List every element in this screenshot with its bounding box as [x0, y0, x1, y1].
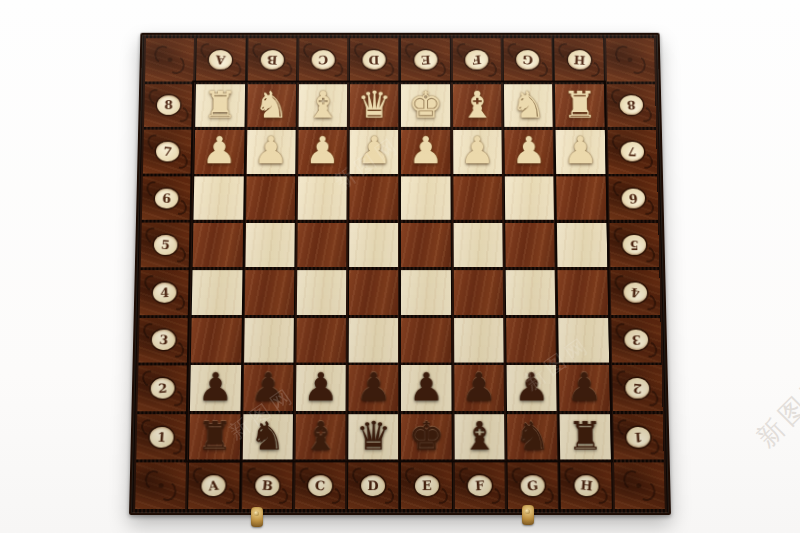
square-e6[interactable] [401, 176, 450, 220]
white-knight[interactable]: ♞ [247, 84, 296, 126]
frame-cell: 7 [143, 130, 193, 174]
frame-cell: 4 [610, 270, 660, 315]
square-a6[interactable] [194, 176, 244, 220]
frame-corner-top-right [606, 38, 655, 81]
square-g3[interactable] [506, 318, 556, 363]
square-b2[interactable]: ♟ [243, 366, 293, 411]
square-a7[interactable]: ♟ [195, 130, 244, 174]
frame-cell: 5 [141, 223, 191, 267]
square-c2[interactable]: ♟ [296, 366, 346, 411]
square-h4[interactable] [558, 270, 608, 315]
square-g2[interactable]: ♟ [507, 366, 557, 411]
black-bishop[interactable]: ♝ [454, 414, 504, 458]
frame-cell: B [242, 463, 293, 509]
square-h6[interactable] [557, 176, 607, 220]
frame-cell: A [196, 38, 245, 81]
black-rook[interactable]: ♜ [189, 414, 240, 458]
square-f6[interactable] [453, 176, 502, 220]
frame-cell: G [504, 38, 553, 81]
black-king[interactable]: ♚ [401, 414, 451, 458]
square-a5[interactable] [193, 223, 243, 267]
white-queen[interactable]: ♛ [350, 84, 399, 126]
black-pawn[interactable]: ♟ [401, 366, 451, 410]
frame-cell: G [508, 463, 559, 509]
square-h3[interactable] [559, 318, 609, 363]
frame-cell: H [561, 463, 612, 509]
square-a2[interactable]: ♟ [190, 366, 240, 411]
frame-cell: C [299, 38, 348, 81]
frame-cell: 7 [607, 130, 657, 174]
white-bishop[interactable]: ♝ [298, 84, 347, 126]
file-label-h-top: H [567, 49, 591, 70]
frame-cell: C [295, 463, 345, 509]
square-g5[interactable] [505, 223, 555, 267]
square-c6[interactable] [298, 176, 347, 220]
square-f4[interactable] [454, 270, 504, 315]
frame-cell: 2 [137, 366, 188, 411]
square-b6[interactable] [246, 176, 295, 220]
watermark-text: 新图网 [749, 364, 800, 455]
chess-board-wrap: ABCDEFGH8♜♞♝♛♚♝♞♜87♟♟♟♟♟♟♟♟7665544332♟♟♟… [129, 33, 671, 515]
square-b5[interactable] [245, 223, 295, 267]
frame-cell: 2 [612, 366, 663, 411]
square-a4[interactable] [192, 270, 242, 315]
square-a3[interactable] [191, 318, 241, 363]
square-h7[interactable]: ♟ [556, 130, 605, 174]
frame-cell: D [348, 463, 398, 509]
frame-cell: 8 [607, 84, 656, 127]
square-d4[interactable] [349, 270, 398, 315]
square-e4[interactable] [401, 270, 450, 315]
square-d8[interactable]: ♛ [350, 84, 399, 127]
black-pawn[interactable]: ♟ [559, 366, 609, 410]
square-f3[interactable] [454, 318, 504, 363]
white-pawn[interactable]: ♟ [246, 130, 295, 172]
white-pawn[interactable]: ♟ [504, 130, 553, 172]
black-knight[interactable]: ♞ [507, 414, 557, 458]
square-a8[interactable]: ♜ [195, 84, 244, 127]
square-g8[interactable]: ♞ [504, 84, 553, 127]
white-pawn[interactable]: ♟ [195, 130, 244, 172]
frame-corner-bottom-right [614, 463, 665, 509]
square-b3[interactable] [244, 318, 294, 363]
rank-label-5-right: 5 [622, 235, 646, 255]
frame-cell: 6 [608, 176, 658, 220]
black-knight[interactable]: ♞ [242, 414, 292, 458]
square-d1[interactable]: ♛ [348, 414, 398, 460]
frame-cell: 1 [613, 414, 664, 460]
square-d6[interactable] [350, 176, 399, 220]
square-a1[interactable]: ♜ [189, 414, 240, 460]
square-f7[interactable]: ♟ [453, 130, 502, 174]
file-label-c-top: C [311, 50, 335, 70]
frame-cell: A [188, 463, 239, 509]
square-b7[interactable]: ♟ [246, 130, 295, 174]
square-b8[interactable]: ♞ [247, 84, 296, 127]
frame-corner-bottom-left [135, 463, 186, 509]
square-e8[interactable]: ♚ [401, 84, 450, 127]
square-b1[interactable]: ♞ [242, 414, 292, 460]
chess-board: ABCDEFGH8♜♞♝♛♚♝♞♜87♟♟♟♟♟♟♟♟7665544332♟♟♟… [129, 33, 671, 515]
black-pawn[interactable]: ♟ [243, 366, 293, 410]
frame-corner-top-left [145, 38, 194, 81]
frame-cell: 8 [144, 84, 193, 127]
white-knight[interactable]: ♞ [504, 84, 553, 126]
square-f2[interactable]: ♟ [454, 366, 504, 411]
rank-label-1-right: 1 [626, 426, 651, 447]
square-b4[interactable] [244, 270, 294, 315]
frame-cell: D [350, 38, 398, 81]
frame-cell: E [401, 463, 451, 509]
square-e2[interactable]: ♟ [401, 366, 451, 411]
square-h5[interactable] [557, 223, 607, 267]
file-label-e-bottom: E [414, 475, 438, 496]
square-g6[interactable] [505, 176, 554, 220]
square-d2[interactable]: ♟ [349, 366, 399, 411]
square-e7[interactable]: ♟ [401, 130, 450, 174]
brass-hinge-right [522, 505, 534, 525]
square-e1[interactable]: ♚ [401, 414, 451, 460]
square-g7[interactable]: ♟ [504, 130, 553, 174]
square-g1[interactable]: ♞ [507, 414, 557, 460]
square-c1[interactable]: ♝ [295, 414, 345, 460]
square-e3[interactable] [401, 318, 451, 363]
black-bishop[interactable]: ♝ [295, 414, 345, 458]
frame-cell: F [453, 38, 502, 81]
white-king[interactable]: ♚ [401, 84, 450, 126]
square-h1[interactable]: ♜ [560, 414, 611, 460]
square-h8[interactable]: ♜ [555, 84, 604, 127]
rank-label-7-right: 7 [621, 142, 644, 162]
photo-canvas: ABCDEFGH8♜♞♝♛♚♝♞♜87♟♟♟♟♟♟♟♟7665544332♟♟♟… [0, 0, 800, 533]
rank-label-6-left: 6 [155, 188, 178, 208]
square-f8[interactable]: ♝ [453, 84, 502, 127]
white-pawn[interactable]: ♟ [401, 130, 450, 172]
frame-cell: 1 [136, 414, 187, 460]
square-h2[interactable]: ♟ [559, 366, 609, 411]
square-d7[interactable]: ♟ [350, 130, 399, 174]
square-f5[interactable] [453, 223, 502, 267]
frame-cell: 3 [139, 318, 189, 363]
black-pawn[interactable]: ♟ [454, 366, 504, 410]
square-d5[interactable] [349, 223, 398, 267]
white-pawn[interactable]: ♟ [350, 130, 399, 172]
black-rook[interactable]: ♜ [560, 414, 611, 458]
white-pawn[interactable]: ♟ [453, 130, 502, 172]
square-e5[interactable] [401, 223, 450, 267]
frame-cell: 3 [611, 318, 661, 363]
black-pawn[interactable]: ♟ [349, 366, 399, 410]
black-queen[interactable]: ♛ [348, 414, 398, 458]
frame-cell: 4 [140, 270, 190, 315]
white-pawn[interactable]: ♟ [298, 130, 347, 172]
white-bishop[interactable]: ♝ [453, 84, 502, 126]
frame-cell: 6 [142, 176, 192, 220]
frame-cell: B [248, 38, 297, 81]
square-f1[interactable]: ♝ [454, 414, 504, 460]
square-c7[interactable]: ♟ [298, 130, 347, 174]
square-c8[interactable]: ♝ [298, 84, 347, 127]
white-pawn[interactable]: ♟ [556, 130, 605, 172]
frame-cell: H [555, 38, 604, 81]
square-c5[interactable] [297, 223, 346, 267]
square-d3[interactable] [349, 318, 399, 363]
square-c4[interactable] [297, 270, 347, 315]
frame-cell: 5 [609, 223, 659, 267]
black-pawn[interactable]: ♟ [190, 366, 240, 410]
black-pawn[interactable]: ♟ [507, 366, 557, 410]
frame-cell: E [401, 38, 449, 81]
white-rook[interactable]: ♜ [555, 84, 604, 126]
white-rook[interactable]: ♜ [196, 84, 245, 126]
square-g4[interactable] [506, 270, 556, 315]
black-pawn[interactable]: ♟ [296, 366, 346, 410]
brass-hinge-left [251, 507, 263, 527]
frame-cell: F [455, 463, 505, 509]
square-c3[interactable] [296, 318, 346, 363]
